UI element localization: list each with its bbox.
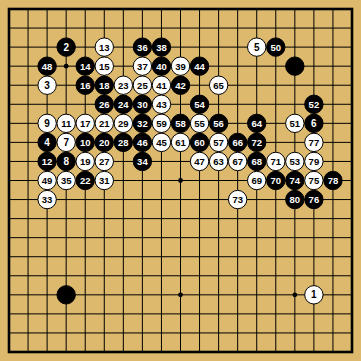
stone-black-32: 32: [133, 114, 151, 132]
stone-number: 5: [254, 42, 260, 53]
stone-number: 25: [137, 80, 148, 91]
stone-number: 29: [118, 118, 129, 129]
stone-black-44: 44: [190, 57, 208, 75]
stone-black-58: 58: [171, 114, 189, 132]
stone-black-64: 64: [248, 114, 266, 132]
stone-number: 53: [290, 156, 301, 167]
stone-number: 68: [251, 156, 262, 167]
stone-number: 43: [156, 99, 167, 110]
stone-black-80: 80: [286, 190, 304, 208]
stone-white-23: 23: [114, 76, 132, 94]
stone-black-60: 60: [190, 133, 208, 151]
stone-black-54: 54: [190, 95, 208, 113]
stone-number: 60: [194, 137, 205, 148]
stone-white-35: 35: [57, 171, 75, 189]
stone-number: 72: [251, 137, 262, 148]
stone-black-76: 76: [305, 190, 323, 208]
stone-white-15: 15: [95, 57, 113, 75]
stone-number: 54: [194, 99, 205, 110]
stone-black-2: 2: [57, 38, 75, 56]
stone-number: 37: [137, 61, 148, 72]
stone-number: 33: [42, 194, 53, 205]
stone-number: 18: [99, 80, 110, 91]
stone-white-17: 17: [76, 114, 94, 132]
stone-white-79: 79: [305, 152, 323, 170]
star-point: [64, 64, 69, 69]
stone-black-28: 28: [114, 133, 132, 151]
stone-number: 65: [213, 80, 224, 91]
stone-white-75: 75: [305, 171, 323, 189]
stone-white-77: 77: [305, 133, 323, 151]
stone-white-25: 25: [133, 76, 151, 94]
star-point: [292, 292, 297, 297]
stone-number: 12: [42, 156, 53, 167]
stone-number: 67: [232, 156, 243, 167]
stone-black-72: 72: [248, 133, 266, 151]
stone-white-55: 55: [190, 114, 208, 132]
stone-number: 59: [156, 118, 167, 129]
stone-number: 17: [80, 118, 91, 129]
stone-number: 73: [232, 194, 243, 205]
stone-number: 35: [61, 175, 72, 186]
stone-number: 14: [80, 61, 91, 72]
stone-number: 42: [175, 80, 186, 91]
stone-number: 23: [118, 80, 129, 91]
stone-white-29: 29: [114, 114, 132, 132]
stone-white-57: 57: [209, 133, 227, 151]
stone-number: 1: [311, 289, 317, 300]
stone-black-78: 78: [324, 171, 342, 189]
stone-black-50: 50: [267, 38, 285, 56]
stone-black-68: 68: [248, 152, 266, 170]
stone-number: 4: [44, 137, 50, 148]
stone-number: 51: [290, 118, 301, 129]
stone-black-14: 14: [76, 57, 94, 75]
stone-white-11: 11: [57, 114, 75, 132]
stone-black-16: 16: [76, 76, 94, 94]
stone-number: 76: [309, 194, 320, 205]
stone-number: 79: [309, 156, 320, 167]
stone-black-40: 40: [152, 57, 170, 75]
stone-black-52: 52: [305, 95, 323, 113]
stone-number: 26: [99, 99, 110, 110]
stone-black-22: 22: [76, 171, 94, 189]
stone-number: 28: [118, 137, 129, 148]
stone-number: 69: [251, 175, 262, 186]
stone-black-20: 20: [95, 133, 113, 151]
stone-white-39: 39: [171, 57, 189, 75]
stone-black-34: 34: [133, 152, 151, 170]
stone-black-66: 66: [228, 133, 246, 151]
stone-number: 56: [213, 118, 224, 129]
stone-white-27: 27: [95, 152, 113, 170]
stone-black-26: 26: [95, 95, 113, 113]
stone-number: 49: [42, 175, 53, 186]
stone-number: 2: [63, 42, 69, 53]
stone-black-38: 38: [152, 38, 170, 56]
stone-number: 13: [99, 42, 110, 53]
stone-black-8: 8: [57, 152, 75, 170]
stone-number: 70: [270, 175, 281, 186]
stone-black-12: 12: [38, 152, 56, 170]
stone-number: 15: [99, 61, 110, 72]
stone-white-61: 61: [171, 133, 189, 151]
stone-white-53: 53: [286, 152, 304, 170]
stone-black-48: 48: [38, 57, 56, 75]
stone-number: 36: [137, 42, 148, 53]
stone-number: 32: [137, 118, 148, 129]
stone-white-69: 69: [248, 171, 266, 189]
handicap-stone-black: [57, 286, 75, 304]
stone-white-59: 59: [152, 114, 170, 132]
stone-white-31: 31: [95, 171, 113, 189]
stone-number: 9: [44, 118, 50, 129]
stone-number: 22: [80, 175, 91, 186]
stone-white-43: 43: [152, 95, 170, 113]
stone-number: 78: [328, 175, 339, 186]
stone-number: 57: [213, 137, 224, 148]
stone-number: 64: [251, 118, 262, 129]
stone-black-4: 4: [38, 133, 56, 151]
stone-black-36: 36: [133, 38, 151, 56]
stone-white-71: 71: [267, 152, 285, 170]
stone-number: 50: [270, 42, 281, 53]
stone-number: 8: [63, 156, 69, 167]
stone-white-37: 37: [133, 57, 151, 75]
stone-number: 20: [99, 137, 110, 148]
stone-number: 31: [99, 175, 110, 186]
stone-number: 75: [309, 175, 320, 186]
stone-white-19: 19: [76, 152, 94, 170]
stone-number: 19: [80, 156, 91, 167]
stone-number: 61: [175, 137, 186, 148]
stone-number: 45: [156, 137, 167, 148]
stone-black-24: 24: [114, 95, 132, 113]
stone-black-46: 46: [133, 133, 151, 151]
stone-number: 77: [309, 137, 320, 148]
stone-black-70: 70: [267, 171, 285, 189]
stone-black-18: 18: [95, 76, 113, 94]
stone-white-3: 3: [38, 76, 56, 94]
go-board-diagram: 1234567891011121314151617181920212223242…: [0, 0, 361, 361]
stone-black-10: 10: [76, 133, 94, 151]
stone-number: 16: [80, 80, 91, 91]
stone-number: 55: [194, 118, 205, 129]
stone-white-7: 7: [57, 133, 75, 151]
stone-number: 6: [311, 118, 317, 129]
stone-number: 52: [309, 99, 320, 110]
stone-white-5: 5: [248, 38, 266, 56]
stone-white-63: 63: [209, 152, 227, 170]
stone-white-49: 49: [38, 171, 56, 189]
stone-number: 74: [290, 175, 301, 186]
stone-number: 46: [137, 137, 148, 148]
stone-white-45: 45: [152, 133, 170, 151]
stone-white-1: 1: [305, 286, 323, 304]
stone-white-73: 73: [228, 190, 246, 208]
stone-black-74: 74: [286, 171, 304, 189]
stone-number: 47: [194, 156, 205, 167]
stone-black-6: 6: [305, 114, 323, 132]
stone-black-42: 42: [171, 76, 189, 94]
stone-black-56: 56: [209, 114, 227, 132]
stone-white-9: 9: [38, 114, 56, 132]
stone-number: 27: [99, 156, 110, 167]
stone-number: 71: [270, 156, 281, 167]
stone-white-21: 21: [95, 114, 113, 132]
stone-number: 10: [80, 137, 91, 148]
stone-number: 80: [290, 194, 301, 205]
stone-white-41: 41: [152, 76, 170, 94]
stone-number: 39: [175, 61, 186, 72]
handicap-stone-black: [286, 57, 304, 75]
stone-number: 48: [42, 61, 53, 72]
stone-white-13: 13: [95, 38, 113, 56]
stone-black-30: 30: [133, 95, 151, 113]
stone-number: 30: [137, 99, 148, 110]
stone-white-67: 67: [228, 152, 246, 170]
stone-number: 11: [61, 118, 72, 129]
stone-number: 41: [156, 80, 167, 91]
stone-number: 34: [137, 156, 148, 167]
stone-number: 40: [156, 61, 167, 72]
star-point: [178, 292, 183, 297]
go-board: 1234567891011121314151617181920212223242…: [0, 0, 361, 361]
stone-number: 3: [44, 80, 50, 91]
star-point: [178, 178, 183, 183]
stone-number: 38: [156, 42, 167, 53]
stone-number: 63: [213, 156, 224, 167]
stone-number: 7: [63, 137, 69, 148]
stone-white-51: 51: [286, 114, 304, 132]
stone-number: 21: [99, 118, 110, 129]
stone-white-47: 47: [190, 152, 208, 170]
stone-white-65: 65: [209, 76, 227, 94]
stone-white-33: 33: [38, 190, 56, 208]
stone-number: 24: [118, 99, 129, 110]
stone-number: 58: [175, 118, 186, 129]
stone-number: 66: [232, 137, 243, 148]
stone-number: 44: [194, 61, 205, 72]
